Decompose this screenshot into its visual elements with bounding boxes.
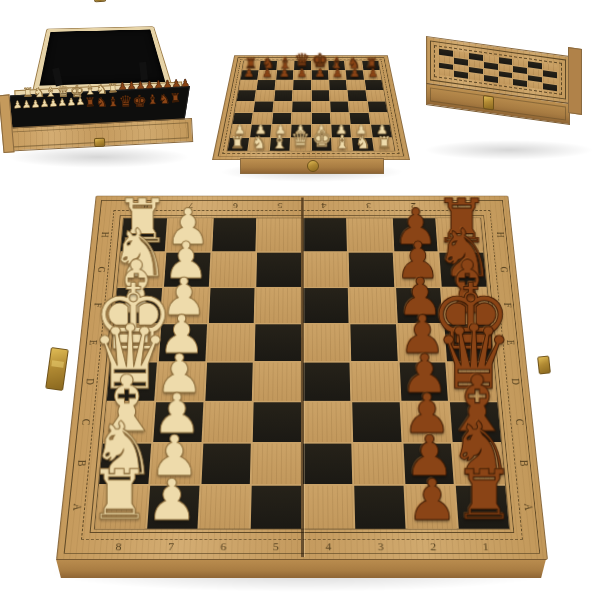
box-tray: ♜♞♝♛♚♝♞♜♟♟♟♟♟♟♟♟ ♟♟♟♟♟♟♟♟♜♞♝♛♚♝♞♜ — [2, 81, 191, 161]
board-side-edge — [56, 559, 546, 578]
square: ♟ — [276, 70, 293, 79]
coord-label: 7 — [188, 201, 194, 210]
coord-label: 1 — [482, 541, 489, 554]
square — [207, 325, 254, 362]
chess-piece-dark: ♟ — [332, 68, 342, 79]
coord-label: C — [511, 419, 526, 425]
stored-piece-dark: ♞ — [158, 92, 170, 109]
square — [237, 90, 256, 100]
box-clasp — [94, 138, 105, 148]
closed-box-clasp — [483, 95, 494, 111]
square — [348, 252, 393, 286]
shadow — [424, 140, 594, 160]
square — [303, 443, 352, 484]
chess-piece-light: ♝ — [271, 132, 288, 150]
square — [205, 363, 253, 401]
coord-label: H — [98, 232, 111, 238]
chess-piece-light: ♜ — [89, 462, 151, 528]
chess-piece-light: ♞ — [251, 133, 267, 150]
coord-label: 2 — [430, 541, 437, 554]
chess-piece-dark: ♟ — [368, 68, 378, 79]
fold-seam — [301, 198, 304, 558]
coord-label: 6 — [220, 541, 226, 554]
stored-piece-dark: ♜ — [85, 96, 97, 113]
square — [235, 101, 255, 112]
chess-piece-light: ♟ — [146, 473, 197, 527]
coord-label: 2 — [410, 201, 416, 210]
square — [212, 218, 257, 251]
square — [257, 218, 301, 251]
square — [303, 486, 353, 529]
square — [348, 218, 393, 251]
square — [257, 80, 275, 90]
setup-board-view: ♜♞♝♛♚♝♞♜♟♟♟♟♟♟♟♟♟♟♟♟♟♟♟♟♜♞♝♛♚♝♞♜ — [210, 24, 414, 176]
lid-latch — [94, 0, 106, 2]
square — [303, 363, 350, 401]
closed-box-view — [418, 36, 596, 158]
square: ♞ — [249, 138, 270, 151]
chess-piece-dark: ♟ — [279, 68, 289, 79]
coord-label: 3 — [377, 541, 383, 554]
coord-label: 1 — [455, 201, 461, 210]
square — [303, 402, 351, 441]
square — [208, 288, 254, 323]
square: ♞ — [352, 138, 373, 151]
coord-label: 5 — [273, 541, 279, 554]
chess-piece-light: ♜ — [230, 134, 245, 150]
square — [255, 90, 274, 100]
chess-piece-dark: ♟ — [244, 68, 254, 79]
stored-piece-dark: ♜ — [170, 92, 182, 109]
square — [239, 80, 258, 90]
square: ♜ — [228, 138, 250, 151]
square: ♟ — [147, 486, 199, 529]
square — [348, 90, 367, 100]
square: ♟ — [405, 486, 457, 529]
square: ♜ — [373, 138, 395, 151]
square — [303, 252, 348, 286]
chess-piece-light: ♝ — [334, 132, 351, 150]
coord-label: B — [73, 460, 88, 466]
square — [274, 90, 292, 100]
chess-piece-dark: ♟ — [262, 68, 272, 79]
chess-board: 87654321 87654321 HGFEDCBA HGFEDCBA ♜♟♟♜… — [56, 196, 548, 560]
chess-piece-light: ♛ — [291, 130, 310, 150]
square — [311, 101, 329, 112]
square: ♟ — [346, 70, 364, 79]
square: ♟ — [258, 70, 276, 79]
square: ♟ — [311, 70, 328, 79]
square — [353, 443, 403, 484]
square — [254, 101, 273, 112]
stored-piece-dark: ♛ — [119, 94, 133, 111]
coord-label: 3 — [366, 201, 371, 210]
coord-label: G — [496, 266, 510, 272]
coord-label: D — [82, 378, 96, 384]
coord-label: 7 — [167, 541, 174, 554]
stored-piece-dark: ♝ — [107, 95, 119, 112]
square: ♟ — [363, 70, 381, 79]
coord-label: F — [90, 303, 104, 308]
coord-label: F — [500, 303, 514, 308]
coord-label: A — [520, 503, 535, 510]
square — [349, 288, 395, 323]
square — [303, 218, 347, 251]
coord-label: A — [69, 503, 84, 510]
square — [292, 101, 310, 112]
square — [330, 101, 349, 112]
chess-piece-light: ♜ — [377, 134, 392, 150]
square — [350, 325, 397, 362]
square — [352, 402, 401, 441]
square: ♛ — [291, 138, 311, 151]
square — [347, 80, 365, 90]
square — [252, 443, 301, 484]
square — [257, 252, 302, 286]
stored-piece-dark: ♚ — [132, 93, 147, 110]
coord-label: C — [78, 419, 93, 425]
coord-label: E — [504, 340, 518, 345]
left-hinge-clasp — [45, 347, 69, 391]
square — [366, 90, 385, 100]
square — [349, 101, 368, 112]
coord-label: 5 — [277, 201, 282, 210]
coord-label: D — [507, 378, 521, 384]
square — [354, 486, 405, 529]
coord-label: 4 — [325, 541, 331, 554]
main-board-view: 87654321 87654321 HGFEDCBA HGFEDCBA ♜♟♟♜… — [56, 160, 546, 580]
square — [199, 486, 250, 529]
square — [311, 80, 328, 90]
coord-label: G — [94, 266, 108, 272]
mini-board-squares: ♜♞♝♛♚♝♞♜♟♟♟♟♟♟♟♟♟♟♟♟♟♟♟♟♜♞♝♛♚♝♞♜ — [227, 61, 396, 152]
chess-piece-dark: ♟ — [350, 68, 360, 79]
square — [303, 288, 348, 323]
coord-label: B — [516, 460, 531, 466]
stored-piece-dark: ♝ — [146, 93, 158, 110]
coord-label: 4 — [322, 201, 327, 210]
square — [293, 90, 311, 100]
square: ♟ — [329, 70, 346, 79]
square — [253, 402, 301, 441]
square — [255, 325, 301, 362]
chess-piece-dark: ♟ — [406, 473, 457, 527]
closed-box-end-face — [568, 47, 582, 115]
square — [254, 363, 301, 401]
right-hinge — [537, 355, 551, 374]
square — [275, 80, 293, 90]
square — [330, 90, 348, 100]
square — [256, 288, 301, 323]
stored-piece-dark: ♞ — [95, 95, 107, 112]
square — [251, 486, 301, 529]
chess-set-product-photo: ♜♞♝♛♚♝♞♜♟♟♟♟♟♟♟♟ ♟♟♟♟♟♟♟♟♜♞♝♛♚♝♞♜ ♜♞♝♛♚♝… — [0, 0, 600, 600]
square — [311, 90, 329, 100]
chess-piece-dark: ♜ — [453, 462, 515, 528]
stored-piece-dark: ♟ — [181, 78, 191, 94]
square: ♝ — [270, 138, 291, 151]
coord-label: 6 — [233, 201, 238, 210]
square — [351, 363, 399, 401]
chess-piece-dark: ♟ — [297, 68, 307, 79]
mini-chess-board: ♜♞♝♛♚♝♞♜♟♟♟♟♟♟♟♟♟♟♟♟♟♟♟♟♜♞♝♛♚♝♞♜ — [212, 55, 410, 160]
square — [367, 101, 387, 112]
coord-label: H — [493, 232, 506, 238]
square — [329, 80, 347, 90]
square: ♟ — [294, 70, 311, 79]
square: ♟ — [241, 70, 259, 79]
square: ♚ — [311, 138, 331, 151]
square: ♜ — [456, 486, 509, 529]
square: ♜ — [95, 486, 148, 529]
square — [201, 443, 251, 484]
coord-label: 8 — [115, 541, 122, 554]
square — [273, 101, 292, 112]
square — [203, 402, 252, 441]
chess-piece-dark: ♟ — [315, 68, 325, 79]
square — [210, 252, 255, 286]
square: ♝ — [332, 138, 353, 151]
square — [293, 80, 310, 90]
open-box-view: ♜♞♝♛♚♝♞♜♟♟♟♟♟♟♟♟ ♟♟♟♟♟♟♟♟♜♞♝♛♚♝♞♜ — [2, 4, 194, 164]
square — [365, 80, 384, 90]
coord-label: E — [86, 340, 100, 345]
square — [303, 325, 349, 362]
chess-piece-light: ♞ — [355, 133, 371, 150]
chess-piece-light: ♚ — [311, 129, 331, 150]
